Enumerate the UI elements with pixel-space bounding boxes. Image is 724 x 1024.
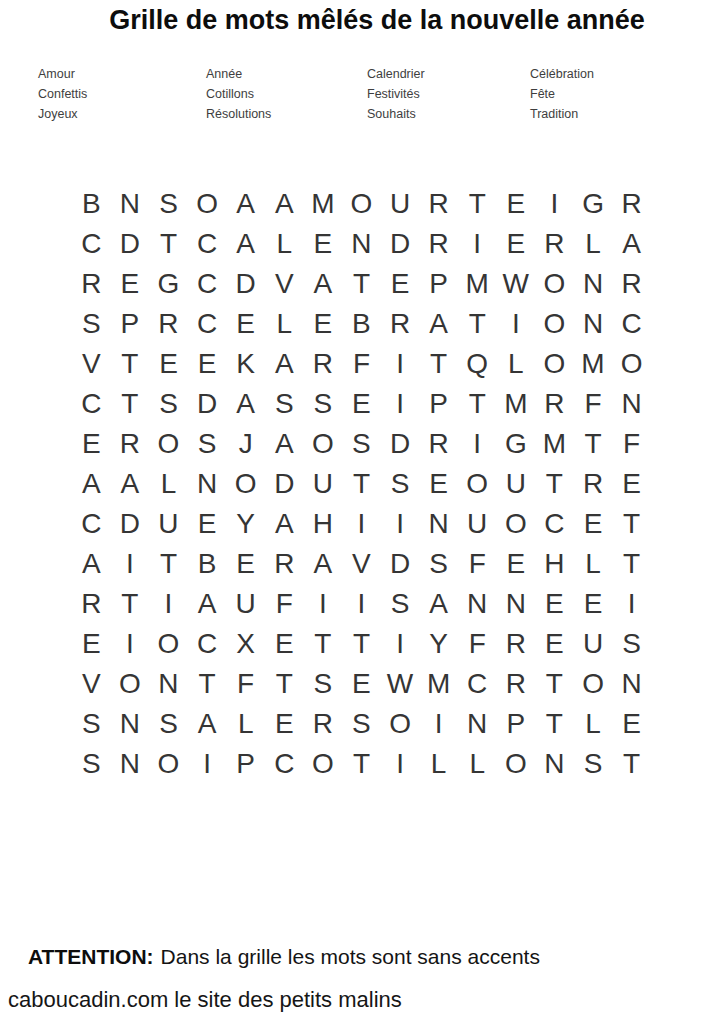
- grid-cell: R: [535, 384, 574, 424]
- grid-cell: I: [381, 384, 420, 424]
- grid-cell: Y: [226, 504, 265, 544]
- grid-cell: E: [304, 224, 343, 264]
- grid-cell: D: [188, 384, 227, 424]
- grid-cell: S: [419, 544, 458, 584]
- grid-cell: E: [381, 264, 420, 304]
- grid-cell: A: [419, 304, 458, 344]
- grid-cell: O: [188, 184, 227, 224]
- grid-cell: E: [497, 544, 536, 584]
- grid-cell: T: [265, 664, 304, 704]
- grid-cell: F: [265, 584, 304, 624]
- grid-cell: D: [111, 504, 150, 544]
- grid-cell: U: [149, 504, 188, 544]
- word-item: Résolutions: [206, 104, 271, 124]
- grid-cell: E: [535, 584, 574, 624]
- grid-cell: E: [612, 464, 651, 504]
- grid-cell: L: [265, 224, 304, 264]
- grid-cell: D: [265, 464, 304, 504]
- grid-cell: N: [342, 224, 381, 264]
- grid-cell: P: [226, 744, 265, 784]
- grid-cell: T: [612, 544, 651, 584]
- grid-cell: T: [535, 664, 574, 704]
- grid-cell: O: [226, 464, 265, 504]
- grid-cell: M: [304, 184, 343, 224]
- grid-cell: S: [381, 464, 420, 504]
- grid-cell: O: [612, 344, 651, 384]
- grid-cell: I: [149, 584, 188, 624]
- grid-cell: A: [188, 704, 227, 744]
- grid-cell: O: [381, 704, 420, 744]
- grid-cell: E: [149, 344, 188, 384]
- grid-cell: S: [72, 744, 111, 784]
- grid-cell: O: [497, 744, 536, 784]
- grid-cell: S: [188, 424, 227, 464]
- grid-cell: F: [458, 624, 497, 664]
- grid-cell: H: [304, 504, 343, 544]
- grid-cell: T: [342, 464, 381, 504]
- grid-cell: N: [111, 744, 150, 784]
- grid-cell: N: [458, 704, 497, 744]
- grid-cell: P: [419, 384, 458, 424]
- grid-cell: C: [188, 224, 227, 264]
- grid-cell: E: [612, 704, 651, 744]
- grid-cell: M: [458, 264, 497, 304]
- grid-cell: E: [226, 304, 265, 344]
- site-credit: caboucadin.com le site des petits malins: [8, 987, 402, 1013]
- grid-cell: I: [381, 744, 420, 784]
- grid-cell: A: [111, 464, 150, 504]
- page-title: Grille de mots mêlés de la nouvelle anné…: [0, 5, 724, 36]
- word-list-column: AmourConfettisJoyeux: [38, 64, 87, 124]
- grid-cell: N: [458, 584, 497, 624]
- grid-cell: N: [188, 464, 227, 504]
- grid-cell: R: [419, 184, 458, 224]
- grid-cell: E: [535, 624, 574, 664]
- grid-cell: E: [497, 224, 536, 264]
- grid-cell: A: [304, 264, 343, 304]
- grid-cell: E: [342, 664, 381, 704]
- grid-cell: L: [497, 344, 536, 384]
- grid-cell: S: [149, 384, 188, 424]
- grid-cell: E: [72, 624, 111, 664]
- grid-cell: U: [304, 464, 343, 504]
- grid-cell: O: [149, 424, 188, 464]
- word-item: Célébration: [530, 64, 594, 84]
- grid-cell: M: [574, 344, 613, 384]
- grid-cell: V: [72, 344, 111, 384]
- grid-cell: I: [111, 624, 150, 664]
- grid-cell: E: [72, 424, 111, 464]
- word-item: Confettis: [38, 84, 87, 104]
- grid-cell: V: [265, 264, 304, 304]
- grid-cell: C: [72, 224, 111, 264]
- grid-cell: E: [188, 504, 227, 544]
- grid-cell: S: [265, 384, 304, 424]
- grid-cell: R: [72, 584, 111, 624]
- grid-cell: T: [574, 424, 613, 464]
- grid-cell: H: [535, 544, 574, 584]
- grid-cell: R: [574, 464, 613, 504]
- grid-cell: E: [574, 504, 613, 544]
- grid-cell: S: [149, 184, 188, 224]
- grid-cell: B: [72, 184, 111, 224]
- grid-cell: E: [265, 624, 304, 664]
- grid-cell: C: [188, 624, 227, 664]
- word-item: Cotillons: [206, 84, 271, 104]
- grid-cell: D: [381, 544, 420, 584]
- grid-cell: C: [265, 744, 304, 784]
- grid-cell: E: [574, 584, 613, 624]
- word-item: Fête: [530, 84, 594, 104]
- grid-cell: T: [342, 744, 381, 784]
- grid-cell: E: [111, 264, 150, 304]
- grid-cell: S: [381, 584, 420, 624]
- grid-cell: N: [574, 304, 613, 344]
- grid-cell: R: [72, 264, 111, 304]
- grid-cell: M: [419, 664, 458, 704]
- grid-cell: I: [419, 704, 458, 744]
- attention-label: ATTENTION:: [28, 945, 154, 968]
- grid-cell: L: [574, 544, 613, 584]
- grid-cell: P: [497, 704, 536, 744]
- grid-cell: S: [149, 704, 188, 744]
- word-item: Année: [206, 64, 271, 84]
- grid-cell: D: [381, 424, 420, 464]
- grid-cell: C: [188, 304, 227, 344]
- grid-cell: Q: [458, 344, 497, 384]
- grid-cell: I: [304, 584, 343, 624]
- grid-cell: R: [111, 424, 150, 464]
- grid-cell: E: [419, 464, 458, 504]
- grid-cell: E: [342, 384, 381, 424]
- grid-cell: N: [612, 664, 651, 704]
- grid-cell: A: [265, 344, 304, 384]
- grid-cell: R: [612, 184, 651, 224]
- grid-cell: L: [458, 744, 497, 784]
- word-item: Calendrier: [367, 64, 425, 84]
- grid-cell: S: [612, 624, 651, 664]
- grid-cell: D: [226, 264, 265, 304]
- grid-cell: F: [612, 424, 651, 464]
- grid-cell: L: [574, 704, 613, 744]
- grid-cell: A: [304, 544, 343, 584]
- grid-cell: O: [149, 744, 188, 784]
- grid-cell: A: [188, 584, 227, 624]
- word-item: Festivités: [367, 84, 425, 104]
- grid-cell: A: [265, 184, 304, 224]
- grid-cell: V: [342, 544, 381, 584]
- grid-cell: I: [381, 344, 420, 384]
- grid-cell: R: [535, 224, 574, 264]
- grid-cell: R: [304, 344, 343, 384]
- grid-cell: I: [111, 544, 150, 584]
- grid-cell: R: [381, 304, 420, 344]
- grid-cell: A: [226, 384, 265, 424]
- grid-cell: N: [111, 704, 150, 744]
- grid-cell: A: [226, 224, 265, 264]
- grid-cell: I: [535, 184, 574, 224]
- grid-cell: I: [458, 424, 497, 464]
- grid-cell: L: [226, 704, 265, 744]
- grid-cell: C: [535, 504, 574, 544]
- grid-cell: S: [304, 664, 343, 704]
- word-item: Joyeux: [38, 104, 87, 124]
- grid-cell: T: [419, 344, 458, 384]
- grid-cell: E: [304, 304, 343, 344]
- grid-cell: U: [458, 504, 497, 544]
- grid-cell: C: [458, 664, 497, 704]
- grid-cell: T: [149, 224, 188, 264]
- grid-cell: R: [149, 304, 188, 344]
- word-item: Tradition: [530, 104, 594, 124]
- grid-cell: A: [612, 224, 651, 264]
- grid-cell: I: [381, 504, 420, 544]
- grid-cell: T: [304, 624, 343, 664]
- grid-cell: T: [458, 384, 497, 424]
- grid-cell: A: [226, 184, 265, 224]
- grid-cell: W: [381, 664, 420, 704]
- grid-cell: A: [419, 584, 458, 624]
- grid-cell: R: [265, 544, 304, 584]
- word-list-column: CélébrationFêteTradition: [530, 64, 594, 124]
- grid-cell: O: [111, 664, 150, 704]
- grid-cell: C: [72, 384, 111, 424]
- grid-cell: S: [304, 384, 343, 424]
- word-item: Amour: [38, 64, 87, 84]
- grid-cell: T: [111, 584, 150, 624]
- grid-cell: T: [612, 744, 651, 784]
- grid-cell: T: [458, 184, 497, 224]
- word-item: Souhaits: [367, 104, 425, 124]
- grid-cell: F: [574, 384, 613, 424]
- grid-cell: S: [574, 744, 613, 784]
- grid-cell: R: [419, 424, 458, 464]
- grid-cell: N: [497, 584, 536, 624]
- grid-cell: O: [535, 344, 574, 384]
- word-search-page: Grille de mots mêlés de la nouvelle anné…: [0, 0, 724, 1024]
- grid-cell: L: [574, 224, 613, 264]
- grid-cell: I: [612, 584, 651, 624]
- grid-cell: T: [458, 304, 497, 344]
- grid-cell: N: [574, 264, 613, 304]
- grid-cell: B: [188, 544, 227, 584]
- grid-cell: G: [497, 424, 536, 464]
- grid-cell: I: [497, 304, 536, 344]
- grid-cell: T: [188, 664, 227, 704]
- grid-cell: A: [265, 424, 304, 464]
- grid-cell: S: [342, 424, 381, 464]
- grid-cell: I: [342, 504, 381, 544]
- grid-cell: P: [111, 304, 150, 344]
- grid-cell: L: [265, 304, 304, 344]
- grid-cell: N: [419, 504, 458, 544]
- grid-cell: N: [612, 384, 651, 424]
- grid-cell: R: [497, 664, 536, 704]
- grid-cell: C: [188, 264, 227, 304]
- grid-cell: G: [149, 264, 188, 304]
- grid-cell: L: [419, 744, 458, 784]
- grid-cell: A: [265, 504, 304, 544]
- word-list-column: CalendrierFestivitésSouhaits: [367, 64, 425, 124]
- grid-cell: A: [72, 544, 111, 584]
- grid-cell: E: [188, 344, 227, 384]
- grid-cell: T: [111, 344, 150, 384]
- grid-cell: C: [72, 504, 111, 544]
- grid-cell: T: [111, 384, 150, 424]
- grid-cell: X: [226, 624, 265, 664]
- grid-cell: Y: [419, 624, 458, 664]
- grid-cell: U: [381, 184, 420, 224]
- grid-cell: E: [497, 184, 536, 224]
- grid-cell: O: [535, 264, 574, 304]
- grid-cell: N: [111, 184, 150, 224]
- grid-cell: F: [226, 664, 265, 704]
- grid-cell: O: [304, 424, 343, 464]
- grid-cell: O: [458, 464, 497, 504]
- grid-cell: A: [72, 464, 111, 504]
- grid-cell: I: [342, 584, 381, 624]
- grid-cell: T: [535, 704, 574, 744]
- grid-cell: D: [381, 224, 420, 264]
- grid-cell: I: [458, 224, 497, 264]
- grid-cell: C: [612, 304, 651, 344]
- grid-cell: R: [612, 264, 651, 304]
- grid-cell: T: [149, 544, 188, 584]
- grid-cell: O: [497, 504, 536, 544]
- grid-cell: T: [342, 264, 381, 304]
- grid-cell: E: [226, 544, 265, 584]
- grid-cell: U: [226, 584, 265, 624]
- grid-cell: T: [612, 504, 651, 544]
- grid-cell: L: [149, 464, 188, 504]
- grid-cell: N: [149, 664, 188, 704]
- grid-cell: U: [574, 624, 613, 664]
- grid-cell: T: [535, 464, 574, 504]
- grid-cell: S: [342, 704, 381, 744]
- grid-cell: B: [342, 304, 381, 344]
- grid-cell: P: [419, 264, 458, 304]
- letter-grid: BNSOAAMOURTEIGRCDTCALENDRIERLAREGCDVATEP…: [72, 184, 651, 784]
- word-list-column: AnnéeCotillonsRésolutions: [206, 64, 271, 124]
- grid-cell: S: [72, 304, 111, 344]
- grid-cell: F: [342, 344, 381, 384]
- grid-cell: O: [304, 744, 343, 784]
- grid-cell: M: [497, 384, 536, 424]
- grid-cell: I: [381, 624, 420, 664]
- grid-cell: S: [72, 704, 111, 744]
- grid-cell: M: [535, 424, 574, 464]
- attention-note: ATTENTION:Dans la grille les mots sont s…: [28, 945, 540, 969]
- grid-cell: O: [574, 664, 613, 704]
- grid-cell: W: [497, 264, 536, 304]
- grid-cell: F: [458, 544, 497, 584]
- grid-cell: I: [188, 744, 227, 784]
- grid-cell: O: [149, 624, 188, 664]
- grid-cell: N: [535, 744, 574, 784]
- grid-cell: K: [226, 344, 265, 384]
- grid-cell: T: [342, 624, 381, 664]
- grid-cell: G: [574, 184, 613, 224]
- grid-cell: O: [535, 304, 574, 344]
- grid-cell: V: [72, 664, 111, 704]
- grid-cell: U: [497, 464, 536, 504]
- attention-text: Dans la grille les mots sont sans accent…: [161, 945, 540, 968]
- grid-cell: E: [265, 704, 304, 744]
- grid-cell: O: [342, 184, 381, 224]
- word-list: AmourConfettisJoyeuxAnnéeCotillonsRésolu…: [0, 64, 724, 124]
- grid-cell: R: [497, 624, 536, 664]
- grid-cell: D: [111, 224, 150, 264]
- grid-cell: R: [419, 224, 458, 264]
- grid-cell: R: [304, 704, 343, 744]
- grid-cell: J: [226, 424, 265, 464]
